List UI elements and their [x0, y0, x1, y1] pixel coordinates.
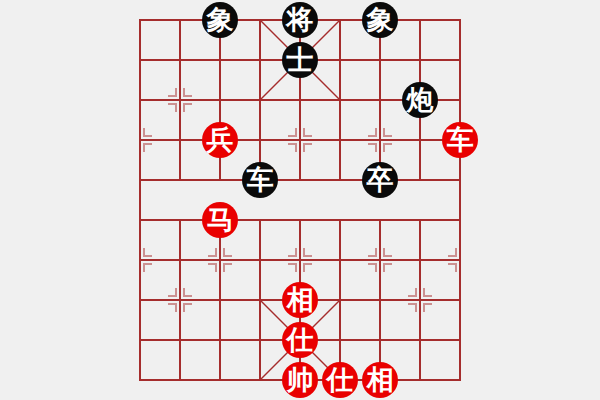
board-point-3-0[interactable] [240, 0, 280, 40]
board-point-5-4[interactable] [320, 160, 360, 200]
piece-black-chariot[interactable]: 车 [242, 162, 278, 198]
board-point-8-3[interactable]: 车 [440, 120, 480, 160]
board-point-5-9[interactable]: 仕 [320, 360, 360, 400]
board-point-6-6[interactable] [360, 240, 400, 280]
piece-red-elephant[interactable]: 相 [282, 282, 318, 318]
piece-red-elephant[interactable]: 相 [362, 362, 398, 398]
board-point-5-8[interactable] [320, 320, 360, 360]
board-point-0-8[interactable] [120, 320, 160, 360]
board-point-1-9[interactable] [160, 360, 200, 400]
board-point-1-3[interactable] [160, 120, 200, 160]
board-point-1-8[interactable] [160, 320, 200, 360]
board-point-3-2[interactable] [240, 80, 280, 120]
board-point-4-1[interactable]: 士 [280, 40, 320, 80]
board-point-3-8[interactable] [240, 320, 280, 360]
board-point-7-1[interactable] [400, 40, 440, 80]
board-point-3-3[interactable] [240, 120, 280, 160]
board-point-0-0[interactable] [120, 0, 160, 40]
board-point-8-1[interactable] [440, 40, 480, 80]
board-point-2-1[interactable] [200, 40, 240, 80]
board-point-8-9[interactable] [440, 360, 480, 400]
board-point-8-2[interactable] [440, 80, 480, 120]
board-point-0-9[interactable] [120, 360, 160, 400]
board-point-6-0[interactable]: 象 [360, 0, 400, 40]
board-point-6-1[interactable] [360, 40, 400, 80]
board-point-1-2[interactable] [160, 80, 200, 120]
board-point-4-3[interactable] [280, 120, 320, 160]
board-point-4-8[interactable]: 仕 [280, 320, 320, 360]
board-point-1-5[interactable] [160, 200, 200, 240]
board-point-2-5[interactable]: 马 [200, 200, 240, 240]
board-point-2-2[interactable] [200, 80, 240, 120]
board-point-2-8[interactable] [200, 320, 240, 360]
board-point-0-6[interactable] [120, 240, 160, 280]
board-point-8-8[interactable] [440, 320, 480, 360]
board-point-4-4[interactable] [280, 160, 320, 200]
board-point-5-6[interactable] [320, 240, 360, 280]
xiangqi-board: 象将象士炮兵车车卒马相仕帅仕相 [0, 0, 600, 400]
board-point-3-4[interactable]: 车 [240, 160, 280, 200]
board-point-5-1[interactable] [320, 40, 360, 80]
board-point-4-6[interactable] [280, 240, 320, 280]
board-point-3-7[interactable] [240, 280, 280, 320]
board-point-4-5[interactable] [280, 200, 320, 240]
piece-red-general[interactable]: 帅 [282, 362, 318, 398]
board-point-7-4[interactable] [400, 160, 440, 200]
board-point-6-7[interactable] [360, 280, 400, 320]
board-point-4-9[interactable]: 帅 [280, 360, 320, 400]
board-point-4-7[interactable]: 相 [280, 280, 320, 320]
piece-black-elephant[interactable]: 象 [362, 2, 398, 38]
board-point-2-6[interactable] [200, 240, 240, 280]
board-point-7-9[interactable] [400, 360, 440, 400]
board-point-2-9[interactable] [200, 360, 240, 400]
board-point-2-3[interactable]: 兵 [200, 120, 240, 160]
board-point-7-0[interactable] [400, 0, 440, 40]
board-point-0-3[interactable] [120, 120, 160, 160]
piece-black-advisor[interactable]: 士 [282, 42, 318, 78]
board-point-8-0[interactable] [440, 0, 480, 40]
board-point-5-3[interactable] [320, 120, 360, 160]
board-point-6-8[interactable] [360, 320, 400, 360]
board-point-7-7[interactable] [400, 280, 440, 320]
board-point-7-2[interactable]: 炮 [400, 80, 440, 120]
board-point-1-7[interactable] [160, 280, 200, 320]
board-point-1-0[interactable] [160, 0, 200, 40]
board-point-6-5[interactable] [360, 200, 400, 240]
board-point-6-4[interactable]: 卒 [360, 160, 400, 200]
piece-red-chariot[interactable]: 车 [442, 122, 478, 158]
board-point-4-0[interactable]: 将 [280, 0, 320, 40]
board-point-0-5[interactable] [120, 200, 160, 240]
board-point-8-7[interactable] [440, 280, 480, 320]
board-point-0-7[interactable] [120, 280, 160, 320]
board-points: 象将象士炮兵车车卒马相仕帅仕相 [120, 0, 480, 400]
piece-red-advisor[interactable]: 仕 [282, 322, 318, 358]
board-point-5-7[interactable] [320, 280, 360, 320]
piece-black-soldier[interactable]: 卒 [362, 162, 398, 198]
piece-red-horse[interactable]: 马 [202, 202, 238, 238]
piece-black-elephant[interactable]: 象 [202, 2, 238, 38]
board-point-6-9[interactable]: 相 [360, 360, 400, 400]
board-point-8-4[interactable] [440, 160, 480, 200]
piece-black-cannon[interactable]: 炮 [402, 82, 438, 118]
board-point-7-6[interactable] [400, 240, 440, 280]
board-point-0-1[interactable] [120, 40, 160, 80]
board-point-1-6[interactable] [160, 240, 200, 280]
board-point-2-7[interactable] [200, 280, 240, 320]
board-point-5-5[interactable] [320, 200, 360, 240]
board-point-5-0[interactable] [320, 0, 360, 40]
board-point-3-5[interactable] [240, 200, 280, 240]
board-point-6-3[interactable] [360, 120, 400, 160]
board-point-7-8[interactable] [400, 320, 440, 360]
board-point-6-2[interactable] [360, 80, 400, 120]
board-point-3-9[interactable] [240, 360, 280, 400]
board-point-2-0[interactable]: 象 [200, 0, 240, 40]
piece-red-advisor[interactable]: 仕 [322, 362, 358, 398]
board-point-1-4[interactable] [160, 160, 200, 200]
board-point-2-4[interactable] [200, 160, 240, 200]
board-point-4-2[interactable] [280, 80, 320, 120]
piece-red-soldier[interactable]: 兵 [202, 122, 238, 158]
board-point-1-1[interactable] [160, 40, 200, 80]
board-point-3-6[interactable] [240, 240, 280, 280]
board-point-3-1[interactable] [240, 40, 280, 80]
board-point-8-5[interactable] [440, 200, 480, 240]
board-point-7-5[interactable] [400, 200, 440, 240]
board-point-8-6[interactable] [440, 240, 480, 280]
board-point-0-2[interactable] [120, 80, 160, 120]
board-point-7-3[interactable] [400, 120, 440, 160]
board-point-5-2[interactable] [320, 80, 360, 120]
board-point-0-4[interactable] [120, 160, 160, 200]
piece-black-general[interactable]: 将 [282, 2, 318, 38]
